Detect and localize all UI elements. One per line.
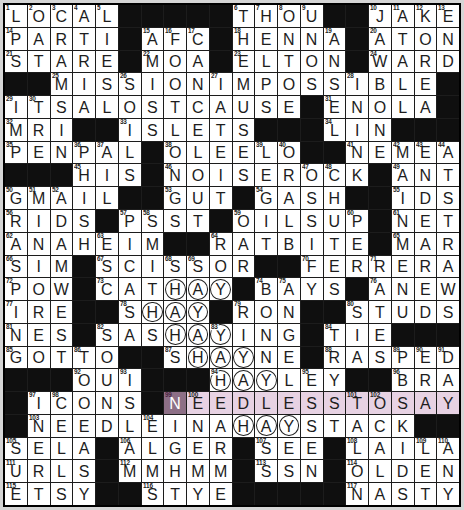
cell-r21c1[interactable]: 111U (5, 460, 27, 482)
cell-r14c17[interactable]: T (369, 301, 391, 323)
cell-r1c4[interactable]: 4A (73, 5, 95, 27)
cell-r4c12[interactable]: P (255, 73, 277, 95)
cell-r5c6[interactable]: O (119, 96, 141, 118)
cell-r2c2[interactable]: A (28, 28, 50, 50)
cell-r4c15[interactable]: S (324, 73, 346, 95)
cell-r19c17[interactable]: C (369, 415, 391, 437)
cell-r14c20[interactable]: S (437, 301, 459, 323)
cell-r4c5[interactable]: S (96, 73, 118, 95)
cell-r2c9[interactable]: 17C (187, 28, 209, 50)
cell-r18c8[interactable]: 99N (164, 392, 186, 414)
cell-r3c18[interactable]: A (392, 51, 414, 73)
cell-r19c9[interactable]: N (187, 415, 209, 437)
cell-r8c14[interactable]: 47O (301, 164, 323, 186)
cell-r2c18[interactable]: T (392, 28, 414, 50)
cell-r11c4[interactable]: H (73, 233, 95, 255)
cell-r7c6[interactable]: L (119, 142, 141, 164)
cell-r13c18[interactable]: N (392, 278, 414, 300)
cell-r4c18[interactable]: L (392, 73, 414, 95)
cell-r21c3[interactable]: L (51, 460, 73, 482)
cell-r20c18[interactable]: I (392, 438, 414, 460)
cell-r4c3[interactable]: 25M (51, 73, 73, 95)
cell-r22c4[interactable]: Y (73, 483, 95, 505)
cell-r1c1[interactable]: 1L (5, 5, 27, 27)
cell-r21c2[interactable]: R (28, 460, 50, 482)
cell-r15c1[interactable]: 81N (5, 324, 27, 346)
cell-r8c10[interactable]: I (210, 164, 232, 186)
cell-r2c13[interactable]: N (278, 28, 300, 50)
cell-r22c8[interactable]: T (164, 483, 186, 505)
cell-r12c9[interactable]: 69S (187, 256, 209, 278)
cell-r2c14[interactable]: N (301, 28, 323, 50)
cell-r16c9[interactable]: H (187, 347, 209, 369)
cell-r13c5[interactable]: 73C (96, 278, 118, 300)
cell-r16c3[interactable]: T (51, 347, 73, 369)
cell-r10c8[interactable]: S (164, 210, 186, 232)
cell-r16c13[interactable]: E (278, 347, 300, 369)
cell-r13c14[interactable]: Y (301, 278, 323, 300)
cell-r6c2[interactable]: R (28, 119, 50, 141)
cell-r4c8[interactable]: O (164, 73, 186, 95)
cell-r20c3[interactable]: L (51, 438, 73, 460)
cell-r15c13[interactable]: G (278, 324, 300, 346)
cell-r19c10[interactable]: A (210, 415, 232, 437)
cell-r21c10[interactable]: M (210, 460, 232, 482)
cell-r5c4[interactable]: A (73, 96, 95, 118)
cell-r11c20[interactable]: R (437, 233, 459, 255)
cell-r13c13[interactable]: 75A (278, 278, 300, 300)
cell-r1c3[interactable]: 3C (51, 5, 73, 27)
cell-r4c6[interactable]: 26S (119, 73, 141, 95)
cell-r20c2[interactable]: E (28, 438, 50, 460)
cell-r5c7[interactable]: S (142, 96, 164, 118)
cell-r19c12[interactable]: A (255, 415, 277, 437)
cell-r5c19[interactable]: A (415, 96, 437, 118)
cell-r8c16[interactable]: K (346, 164, 368, 186)
cell-r16c11[interactable]: Y (233, 347, 255, 369)
cell-r9c2[interactable]: 51M (28, 187, 50, 209)
cell-r11c15[interactable]: T (324, 233, 346, 255)
cell-r8c19[interactable]: N (415, 164, 437, 186)
cell-r13c15[interactable]: S (324, 278, 346, 300)
cell-r6c15[interactable]: 34L (324, 119, 346, 141)
cell-r9c14[interactable]: S (301, 187, 323, 209)
cell-r3c3[interactable]: A (51, 51, 73, 73)
cell-r16c19[interactable]: 90E (415, 347, 437, 369)
cell-r7c16[interactable]: 41N (346, 142, 368, 164)
cell-r5c11[interactable]: U (233, 96, 255, 118)
cell-r10c4[interactable]: S (73, 210, 95, 232)
cell-r10c9[interactable]: T (187, 210, 209, 232)
cell-r3c8[interactable]: O (164, 51, 186, 73)
cell-r7c19[interactable]: 43E (415, 142, 437, 164)
cell-r10c16[interactable]: 60P (346, 210, 368, 232)
cell-r13c7[interactable]: T (142, 278, 164, 300)
cell-r22c3[interactable]: S (51, 483, 73, 505)
cell-r18c6[interactable]: S (119, 392, 141, 414)
cell-r5c13[interactable]: E (278, 96, 300, 118)
cell-r9c8[interactable]: 53G (164, 187, 186, 209)
cell-r11c7[interactable]: M (142, 233, 164, 255)
cell-r10c12[interactable]: I (255, 210, 277, 232)
cell-r15c10[interactable]: 83Y (210, 324, 232, 346)
cell-r10c1[interactable]: 56R (5, 210, 27, 232)
cell-r15c7[interactable]: S (142, 324, 164, 346)
cell-r5c10[interactable]: A (210, 96, 232, 118)
cell-r11c13[interactable]: B (278, 233, 300, 255)
cell-r19c7[interactable]: 104E (142, 415, 164, 437)
cell-r2c17[interactable]: 20A (369, 28, 391, 50)
cell-r19c6[interactable]: L (119, 415, 141, 437)
cell-r15c8[interactable]: H (164, 324, 186, 346)
cell-r1c18[interactable]: 11A (392, 5, 414, 27)
cell-r10c13[interactable]: L (278, 210, 300, 232)
cell-r21c17[interactable]: L (369, 460, 391, 482)
cell-r12c3[interactable]: M (51, 256, 73, 278)
cell-r2c8[interactable]: 16F (164, 28, 186, 50)
cell-r8c18[interactable]: 49A (392, 164, 414, 186)
cell-r5c8[interactable]: T (164, 96, 186, 118)
cell-r14c2[interactable]: R (28, 301, 50, 323)
cell-r11c11[interactable]: A (233, 233, 255, 255)
cell-r8c15[interactable]: 48C (324, 164, 346, 186)
cell-r20c1[interactable]: 105S (5, 438, 27, 460)
cell-r19c8[interactable]: I (164, 415, 186, 437)
cell-r18c11[interactable]: D (233, 392, 255, 414)
cell-r4c9[interactable]: N (187, 73, 209, 95)
cell-r5c9[interactable]: C (187, 96, 209, 118)
cell-r14c11[interactable]: 79R (233, 301, 255, 323)
cell-r4c7[interactable]: I (142, 73, 164, 95)
cell-r11c18[interactable]: 65M (392, 233, 414, 255)
cell-r9c3[interactable]: 52A (51, 187, 73, 209)
cell-r9c1[interactable]: 50G (5, 187, 27, 209)
cell-r10c19[interactable]: E (415, 210, 437, 232)
cell-r3c13[interactable]: T (278, 51, 300, 73)
cell-r14c1[interactable]: 77I (5, 301, 27, 323)
cell-r13c3[interactable]: W (51, 278, 73, 300)
cell-r13c20[interactable]: W (437, 278, 459, 300)
cell-r13c12[interactable]: 74B (255, 278, 277, 300)
cell-r17c6[interactable]: 93I (119, 369, 141, 391)
cell-r2c4[interactable]: T (73, 28, 95, 50)
cell-r2c19[interactable]: O (415, 28, 437, 50)
cell-r11c5[interactable]: 63E (96, 233, 118, 255)
cell-r1c11[interactable]: 6T (233, 5, 255, 27)
cell-r1c20[interactable]: 13E (437, 5, 459, 27)
cell-r12c14[interactable]: 70F (301, 256, 323, 278)
cell-r18c4[interactable]: O (73, 392, 95, 414)
cell-r6c11[interactable]: S (233, 119, 255, 141)
cell-r4c11[interactable]: M (233, 73, 255, 95)
cell-r12c7[interactable]: I (142, 256, 164, 278)
cell-r6c3[interactable]: I (51, 119, 73, 141)
cell-r3c1[interactable]: 21S (5, 51, 27, 73)
cell-r22c2[interactable]: T (28, 483, 50, 505)
cell-r6c1[interactable]: 32M (5, 119, 27, 141)
cell-r7c17[interactable]: E (369, 142, 391, 164)
cell-r15c15[interactable]: 84T (324, 324, 346, 346)
cell-r8c4[interactable]: 45H (73, 164, 95, 186)
cell-r16c5[interactable]: O (96, 347, 118, 369)
cell-r20c7[interactable]: L (142, 438, 164, 460)
cell-r12c11[interactable]: R (233, 256, 255, 278)
cell-r20c4[interactable]: A (73, 438, 95, 460)
cell-r17c15[interactable]: Y (324, 369, 346, 391)
cell-r21c4[interactable]: S (73, 460, 95, 482)
cell-r19c18[interactable]: K (392, 415, 414, 437)
cell-r22c20[interactable]: Y (437, 483, 459, 505)
cell-r13c6[interactable]: A (119, 278, 141, 300)
cell-r10c6[interactable]: 57P (119, 210, 141, 232)
cell-r16c10[interactable]: A (210, 347, 232, 369)
cell-r22c7[interactable]: 116S (142, 483, 164, 505)
cell-r21c19[interactable]: E (415, 460, 437, 482)
cell-r14c12[interactable]: O (255, 301, 277, 323)
cell-r11c16[interactable]: E (346, 233, 368, 255)
cell-r8c20[interactable]: T (437, 164, 459, 186)
cell-r1c2[interactable]: 2O (28, 5, 50, 27)
cell-r10c15[interactable]: U (324, 210, 346, 232)
cell-r3c5[interactable]: E (96, 51, 118, 73)
cell-r15c3[interactable]: S (51, 324, 73, 346)
cell-r11c12[interactable]: T (255, 233, 277, 255)
cell-r3c9[interactable]: A (187, 51, 209, 73)
cell-r22c17[interactable]: A (369, 483, 391, 505)
cell-r5c1[interactable]: 29I (5, 96, 27, 118)
cell-r13c1[interactable]: 72P (5, 278, 27, 300)
cell-r13c2[interactable]: O (28, 278, 50, 300)
cell-r3c17[interactable]: 24W (369, 51, 391, 73)
cell-r14c7[interactable]: H (142, 301, 164, 323)
cell-r16c2[interactable]: O (28, 347, 50, 369)
cell-r20c12[interactable]: 107S (255, 438, 277, 460)
cell-r1c19[interactable]: 12K (415, 5, 437, 27)
cell-r14c3[interactable]: E (51, 301, 73, 323)
cell-r18c18[interactable]: S (392, 392, 414, 414)
cell-r7c8[interactable]: 38O (164, 142, 186, 164)
cell-r6c16[interactable]: I (346, 119, 368, 141)
cell-r4c4[interactable]: I (73, 73, 95, 95)
cell-r7c10[interactable]: E (210, 142, 232, 164)
cell-r15c11[interactable]: I (233, 324, 255, 346)
cell-r7c2[interactable]: E (28, 142, 50, 164)
cell-r9c5[interactable]: L (96, 187, 118, 209)
cell-r18c13[interactable]: E (278, 392, 300, 414)
cell-r17c18[interactable]: 96B (392, 369, 414, 391)
cell-r5c17[interactable]: O (369, 96, 391, 118)
cell-r10c11[interactable]: 59O (233, 210, 255, 232)
cell-r21c9[interactable]: M (187, 460, 209, 482)
cell-r13c8[interactable]: H (164, 278, 186, 300)
cell-r20c9[interactable]: E (187, 438, 209, 460)
cell-r12c15[interactable]: E (324, 256, 346, 278)
cell-r9c12[interactable]: 54G (255, 187, 277, 209)
cell-r7c5[interactable]: 37A (96, 142, 118, 164)
cell-r16c17[interactable]: S (369, 347, 391, 369)
cell-r13c19[interactable]: E (415, 278, 437, 300)
cell-r4c14[interactable]: S (301, 73, 323, 95)
cell-r16c1[interactable]: 85G (5, 347, 27, 369)
cell-r12c1[interactable]: 66S (5, 256, 27, 278)
cell-r18c16[interactable]: 101T (346, 392, 368, 414)
cell-r5c3[interactable]: S (51, 96, 73, 118)
cell-r8c8[interactable]: 46N (164, 164, 186, 186)
cell-r9c10[interactable]: T (210, 187, 232, 209)
cell-r9c4[interactable]: I (73, 187, 95, 209)
cell-r20c10[interactable]: R (210, 438, 232, 460)
cell-r8c5[interactable]: I (96, 164, 118, 186)
cell-r19c15[interactable]: T (324, 415, 346, 437)
cell-r1c5[interactable]: 5L (96, 5, 118, 27)
cell-r18c15[interactable]: S (324, 392, 346, 414)
cell-r17c4[interactable]: 92O (73, 369, 95, 391)
cell-r18c5[interactable]: N (96, 392, 118, 414)
cell-r7c4[interactable]: 36P (73, 142, 95, 164)
cell-r4c13[interactable]: O (278, 73, 300, 95)
cell-r6c10[interactable]: T (210, 119, 232, 141)
cell-r17c19[interactable]: R (415, 369, 437, 391)
cell-r15c6[interactable]: A (119, 324, 141, 346)
cell-r2c20[interactable]: N (437, 28, 459, 50)
cell-r19c4[interactable]: E (73, 415, 95, 437)
cell-r16c4[interactable]: 86T (73, 347, 95, 369)
cell-r14c8[interactable]: A (164, 301, 186, 323)
cell-r20c13[interactable]: E (278, 438, 300, 460)
cell-r2c7[interactable]: 15A (142, 28, 164, 50)
cell-r11c10[interactable]: 64R (210, 233, 232, 255)
cell-r22c1[interactable]: 115E (5, 483, 27, 505)
cell-r16c15[interactable]: 88R (324, 347, 346, 369)
cell-r21c13[interactable]: S (278, 460, 300, 482)
cell-r21c20[interactable]: N (437, 460, 459, 482)
cell-r3c19[interactable]: R (415, 51, 437, 73)
cell-r18c19[interactable]: A (415, 392, 437, 414)
cell-r7c20[interactable]: 44A (437, 142, 459, 164)
cell-r14c18[interactable]: U (392, 301, 414, 323)
cell-r20c19[interactable]: 109L (415, 438, 437, 460)
cell-r18c12[interactable]: L (255, 392, 277, 414)
cell-r2c11[interactable]: 18H (233, 28, 255, 50)
cell-r12c6[interactable]: C (119, 256, 141, 278)
cell-r1c17[interactable]: 10J (369, 5, 391, 27)
cell-r21c6[interactable]: 112M (119, 460, 141, 482)
cell-r10c3[interactable]: D (51, 210, 73, 232)
cell-r20c16[interactable]: 108L (346, 438, 368, 460)
cell-r1c12[interactable]: 7H (255, 5, 277, 27)
cell-r20c20[interactable]: 110A (437, 438, 459, 460)
cell-r11c14[interactable]: I (301, 233, 323, 255)
cell-r9c15[interactable]: H (324, 187, 346, 209)
cell-r20c17[interactable]: A (369, 438, 391, 460)
cell-r7c9[interactable]: L (187, 142, 209, 164)
cell-r2c5[interactable]: I (96, 28, 118, 50)
cell-r21c14[interactable]: N (301, 460, 323, 482)
cell-r2c3[interactable]: R (51, 28, 73, 50)
cell-r4c10[interactable]: 27I (210, 73, 232, 95)
cell-r6c6[interactable]: 33I (119, 119, 141, 141)
cell-r10c18[interactable]: 61N (392, 210, 414, 232)
cell-r5c16[interactable]: N (346, 96, 368, 118)
cell-r11c1[interactable]: 62A (5, 233, 27, 255)
cell-r22c16[interactable]: 117N (346, 483, 368, 505)
cell-r18c2[interactable]: 97I (28, 392, 50, 414)
cell-r17c14[interactable]: 95E (301, 369, 323, 391)
cell-r18c20[interactable]: Y (437, 392, 459, 414)
cell-r15c5[interactable]: 82S (96, 324, 118, 346)
cell-r2c1[interactable]: 14P (5, 28, 27, 50)
cell-r13c17[interactable]: 76A (369, 278, 391, 300)
cell-r13c10[interactable]: Y (210, 278, 232, 300)
cell-r9c19[interactable]: D (415, 187, 437, 209)
cell-r19c3[interactable]: E (51, 415, 73, 437)
cell-r15c9[interactable]: A (187, 324, 209, 346)
cell-r15c16[interactable]: I (346, 324, 368, 346)
cell-r21c18[interactable]: D (392, 460, 414, 482)
cell-r1c13[interactable]: 8O (278, 5, 300, 27)
cell-r12c16[interactable]: R (346, 256, 368, 278)
cell-r12c2[interactable]: I (28, 256, 50, 278)
cell-r21c8[interactable]: H (164, 460, 186, 482)
cell-r5c18[interactable]: L (392, 96, 414, 118)
cell-r7c13[interactable]: 40O (278, 142, 300, 164)
cell-r9c18[interactable]: 55I (392, 187, 414, 209)
cell-r17c13[interactable]: L (278, 369, 300, 391)
cell-r12c17[interactable]: 71R (369, 256, 391, 278)
cell-r3c20[interactable]: D (437, 51, 459, 73)
cell-r8c11[interactable]: S (233, 164, 255, 186)
cell-r10c20[interactable]: T (437, 210, 459, 232)
cell-r10c2[interactable]: I (28, 210, 50, 232)
cell-r14c19[interactable]: D (415, 301, 437, 323)
cell-r3c15[interactable]: N (324, 51, 346, 73)
cell-r8c13[interactable]: R (278, 164, 300, 186)
cell-r11c19[interactable]: A (415, 233, 437, 255)
cell-r21c7[interactable]: M (142, 460, 164, 482)
cell-r9c13[interactable]: A (278, 187, 300, 209)
cell-r19c2[interactable]: 103N (28, 415, 50, 437)
cell-r22c9[interactable]: Y (187, 483, 209, 505)
cell-r12c18[interactable]: E (392, 256, 414, 278)
cell-r2c15[interactable]: 19A (324, 28, 346, 50)
cell-r7c3[interactable]: N (51, 142, 73, 164)
cell-r16c16[interactable]: A (346, 347, 368, 369)
cell-r12c20[interactable]: A (437, 256, 459, 278)
cell-r5c12[interactable]: S (255, 96, 277, 118)
cell-r15c17[interactable]: E (369, 324, 391, 346)
cell-r3c7[interactable]: 22M (142, 51, 164, 73)
cell-r18c3[interactable]: 98C (51, 392, 73, 414)
cell-r21c12[interactable]: 113S (255, 460, 277, 482)
cell-r15c2[interactable]: E (28, 324, 50, 346)
cell-r6c9[interactable]: E (187, 119, 209, 141)
cell-r6c7[interactable]: S (142, 119, 164, 141)
cell-r2c12[interactable]: E (255, 28, 277, 50)
cell-r19c13[interactable]: Y (278, 415, 300, 437)
cell-r22c18[interactable]: S (392, 483, 414, 505)
cell-r10c7[interactable]: 58S (142, 210, 164, 232)
cell-r11c3[interactable]: A (51, 233, 73, 255)
cell-r20c6[interactable]: 106A (119, 438, 141, 460)
cell-r21c16[interactable]: 114O (346, 460, 368, 482)
cell-r19c16[interactable]: A (346, 415, 368, 437)
cell-r13c9[interactable]: A (187, 278, 209, 300)
cell-r11c2[interactable]: N (28, 233, 50, 255)
cell-r3c12[interactable]: L (255, 51, 277, 73)
cell-r20c8[interactable]: G (164, 438, 186, 460)
cell-r16c12[interactable]: N (255, 347, 277, 369)
cell-r12c5[interactable]: 67S (96, 256, 118, 278)
